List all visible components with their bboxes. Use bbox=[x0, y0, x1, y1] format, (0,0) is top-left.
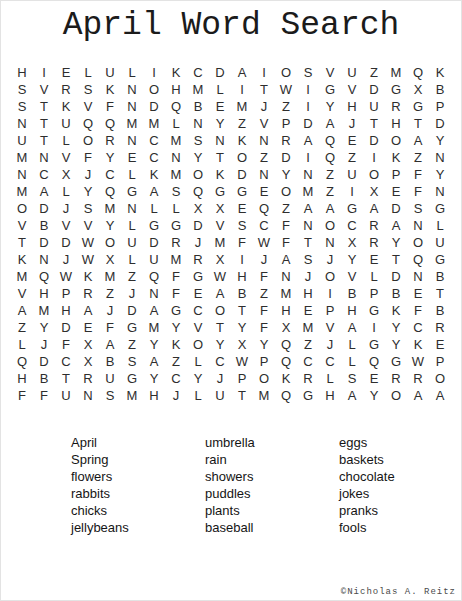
grid-cell: D bbox=[55, 319, 77, 336]
grid-cell: D bbox=[33, 200, 55, 217]
grid-cell: I bbox=[341, 183, 363, 200]
grid-cell: M bbox=[297, 319, 319, 336]
word-list-item: puddles bbox=[205, 485, 255, 502]
grid-cell: N bbox=[429, 183, 451, 200]
grid-cell: G bbox=[209, 183, 231, 200]
grid-cell: D bbox=[33, 234, 55, 251]
grid-cell: A bbox=[231, 64, 253, 81]
grid-cell: N bbox=[77, 387, 99, 404]
grid-cell: U bbox=[143, 251, 165, 268]
grid-cell: N bbox=[121, 81, 143, 98]
grid-cell: G bbox=[121, 370, 143, 387]
grid-cell: U bbox=[121, 234, 143, 251]
grid-cell: G bbox=[231, 183, 253, 200]
grid-cell: N bbox=[143, 285, 165, 302]
grid-cell: C bbox=[253, 217, 275, 234]
grid-cell: Z bbox=[121, 336, 143, 353]
grid-cell: V bbox=[11, 285, 33, 302]
grid-cell: V bbox=[319, 64, 341, 81]
word-list-item: chocolate bbox=[339, 468, 395, 485]
grid-cell: O bbox=[429, 370, 451, 387]
grid-cell: Q bbox=[11, 353, 33, 370]
grid-cell: A bbox=[143, 353, 165, 370]
grid-cell: D bbox=[121, 302, 143, 319]
grid-cell: H bbox=[55, 302, 77, 319]
grid-cell: W bbox=[209, 268, 231, 285]
grid-cell: M bbox=[253, 387, 275, 404]
grid-cell: I bbox=[297, 149, 319, 166]
grid-cell: N bbox=[407, 268, 429, 285]
grid-cell: H bbox=[275, 302, 297, 319]
grid-cell: H bbox=[385, 115, 407, 132]
grid-cell: W bbox=[231, 353, 253, 370]
grid-cell: B bbox=[385, 285, 407, 302]
grid-cell: R bbox=[187, 251, 209, 268]
grid-cell: Y bbox=[429, 166, 451, 183]
grid-cell: X bbox=[77, 353, 99, 370]
grid-cell: D bbox=[55, 234, 77, 251]
grid-cell: I bbox=[297, 81, 319, 98]
grid-cell: M bbox=[99, 268, 121, 285]
grid-cell: R bbox=[363, 217, 385, 234]
grid-cell: Y bbox=[363, 387, 385, 404]
grid-cell: R bbox=[77, 370, 99, 387]
grid-cell: G bbox=[429, 251, 451, 268]
word-list-item: chicks bbox=[71, 502, 129, 519]
grid-cell: Q bbox=[275, 336, 297, 353]
grid-cell: P bbox=[429, 98, 451, 115]
grid-cell: Y bbox=[143, 336, 165, 353]
grid-cell: T bbox=[231, 302, 253, 319]
grid-cell: V bbox=[11, 217, 33, 234]
grid-cell: L bbox=[121, 217, 143, 234]
grid-cell: N bbox=[11, 166, 33, 183]
grid-cell: I bbox=[143, 64, 165, 81]
grid-cell: A bbox=[297, 200, 319, 217]
grid-cell: L bbox=[363, 268, 385, 285]
grid-cell: A bbox=[385, 217, 407, 234]
grid-cell: M bbox=[99, 200, 121, 217]
grid-cell: W bbox=[55, 268, 77, 285]
grid-cell: G bbox=[429, 200, 451, 217]
grid-cell: A bbox=[407, 132, 429, 149]
grid-cell: L bbox=[209, 81, 231, 98]
grid-cell: K bbox=[385, 149, 407, 166]
grid-cell: N bbox=[121, 200, 143, 217]
word-list-item: showers bbox=[205, 468, 255, 485]
grid-cell: Z bbox=[297, 336, 319, 353]
grid-cell: G bbox=[407, 98, 429, 115]
grid-cell: S bbox=[231, 217, 253, 234]
grid-cell: B bbox=[429, 268, 451, 285]
grid-cell: Z bbox=[11, 319, 33, 336]
grid-cell: K bbox=[407, 336, 429, 353]
grid-cell: R bbox=[429, 319, 451, 336]
grid-cell: S bbox=[99, 387, 121, 404]
grid-cell: M bbox=[165, 251, 187, 268]
grid-cell: A bbox=[275, 251, 297, 268]
grid-cell: Y bbox=[275, 166, 297, 183]
grid-cell: P bbox=[363, 285, 385, 302]
grid-cell: Q bbox=[143, 268, 165, 285]
grid-cell: M bbox=[11, 183, 33, 200]
grid-cell: J bbox=[55, 251, 77, 268]
grid-cell: X bbox=[55, 166, 77, 183]
grid-cell: J bbox=[187, 234, 209, 251]
grid-cell: R bbox=[99, 132, 121, 149]
grid-cell: N bbox=[33, 149, 55, 166]
grid-cell: O bbox=[77, 132, 99, 149]
grid-cell: D bbox=[187, 217, 209, 234]
grid-cell: Y bbox=[143, 370, 165, 387]
grid-cell: L bbox=[55, 183, 77, 200]
grid-cell: Y bbox=[99, 149, 121, 166]
grid-cell: S bbox=[165, 183, 187, 200]
grid-cell: N bbox=[253, 166, 275, 183]
grid-cell: O bbox=[99, 234, 121, 251]
grid-cell: I bbox=[253, 64, 275, 81]
grid-cell: Q bbox=[33, 268, 55, 285]
grid-cell: Z bbox=[275, 98, 297, 115]
grid-cell: Y bbox=[385, 319, 407, 336]
grid-cell: M bbox=[275, 285, 297, 302]
grid-cell: G bbox=[385, 353, 407, 370]
grid-cell: Z bbox=[407, 149, 429, 166]
word-list-item: baskets bbox=[339, 451, 395, 468]
grid-cell: C bbox=[143, 149, 165, 166]
grid-cell: Y bbox=[341, 251, 363, 268]
grid-cell: K bbox=[385, 302, 407, 319]
grid-cell: T bbox=[209, 149, 231, 166]
grid-cell: S bbox=[407, 200, 429, 217]
grid-cell: V bbox=[55, 217, 77, 234]
grid-cell: M bbox=[209, 234, 231, 251]
grid-cell: H bbox=[11, 370, 33, 387]
grid-cell: O bbox=[11, 200, 33, 217]
grid-cell: J bbox=[297, 268, 319, 285]
grid-cell: R bbox=[297, 370, 319, 387]
grid-cell: Q bbox=[319, 149, 341, 166]
grid-cell: I bbox=[297, 98, 319, 115]
grid-cell: O bbox=[231, 149, 253, 166]
grid-cell: V bbox=[341, 81, 363, 98]
grid-cell: T bbox=[33, 115, 55, 132]
word-list-item: eggs bbox=[339, 434, 395, 451]
grid-cell: G bbox=[341, 200, 363, 217]
grid-cell: F bbox=[407, 183, 429, 200]
grid-cell: S bbox=[297, 251, 319, 268]
grid-cell: K bbox=[143, 166, 165, 183]
grid-cell: P bbox=[319, 302, 341, 319]
grid-cell: K bbox=[429, 64, 451, 81]
grid-cell: R bbox=[363, 234, 385, 251]
grid-cell: S bbox=[341, 370, 363, 387]
grid-cell: J bbox=[253, 98, 275, 115]
grid-cell: A bbox=[407, 387, 429, 404]
grid-cell: C bbox=[187, 64, 209, 81]
grid-cell: D bbox=[429, 115, 451, 132]
grid-cell: F bbox=[55, 336, 77, 353]
grid-cell: G bbox=[121, 183, 143, 200]
grid-cell: F bbox=[407, 302, 429, 319]
grid-cell: M bbox=[165, 132, 187, 149]
grid-cell: O bbox=[275, 64, 297, 81]
grid-cell: B bbox=[99, 353, 121, 370]
grid-cell: Y bbox=[165, 319, 187, 336]
grid-cell: J bbox=[319, 251, 341, 268]
grid-cell: F bbox=[253, 302, 275, 319]
grid-cell: G bbox=[319, 81, 341, 98]
grid-cell: N bbox=[429, 149, 451, 166]
grid-cell: O bbox=[363, 166, 385, 183]
grid-cell: M bbox=[11, 268, 33, 285]
grid-cell: D bbox=[385, 200, 407, 217]
word-list-item: Spring bbox=[71, 451, 129, 468]
grid-cell: U bbox=[99, 370, 121, 387]
grid-cell: L bbox=[341, 336, 363, 353]
grid-cell: A bbox=[319, 115, 341, 132]
grid-cell: E bbox=[231, 200, 253, 217]
grid-cell: N bbox=[121, 98, 143, 115]
grid-cell: G bbox=[143, 217, 165, 234]
page-title: April Word Search bbox=[1, 7, 461, 44]
grid-cell: Z bbox=[275, 200, 297, 217]
grid-cell: L bbox=[143, 200, 165, 217]
grid-cell: E bbox=[121, 149, 143, 166]
grid-cell: H bbox=[341, 302, 363, 319]
grid-cell: U bbox=[55, 387, 77, 404]
grid-cell: C bbox=[297, 353, 319, 370]
grid-cell: N bbox=[297, 166, 319, 183]
grid-cell: A bbox=[341, 387, 363, 404]
grid-cell: V bbox=[33, 81, 55, 98]
grid-cell: P bbox=[429, 353, 451, 370]
grid-cell: Q bbox=[275, 353, 297, 370]
grid-cell: L bbox=[55, 132, 77, 149]
grid-cell: E bbox=[385, 183, 407, 200]
grid-cell: U bbox=[99, 64, 121, 81]
grid-cell: L bbox=[121, 166, 143, 183]
grid-cell: H bbox=[143, 387, 165, 404]
grid-cell: U bbox=[341, 64, 363, 81]
grid-cell: V bbox=[187, 319, 209, 336]
grid-cell: F bbox=[275, 234, 297, 251]
grid-cell: R bbox=[385, 370, 407, 387]
grid-cell: H bbox=[297, 285, 319, 302]
grid-cell: O bbox=[385, 132, 407, 149]
grid-cell: F bbox=[275, 217, 297, 234]
grid-cell: K bbox=[231, 132, 253, 149]
grid-cell: T bbox=[407, 115, 429, 132]
grid-cell: N bbox=[209, 132, 231, 149]
grid-cell: E bbox=[55, 64, 77, 81]
grid-cell: Z bbox=[121, 268, 143, 285]
grid-cell: A bbox=[319, 200, 341, 217]
copyright-credit: ©Nicholas A. Reitz bbox=[341, 587, 456, 597]
word-list-item: jokes bbox=[339, 485, 395, 502]
word-list-column: umbrellarainshowerspuddlesplantsbaseball bbox=[205, 434, 255, 536]
grid-cell: O bbox=[319, 217, 341, 234]
word-list-item: fools bbox=[339, 519, 395, 536]
grid-cell: Q bbox=[99, 183, 121, 200]
grid-cell: M bbox=[143, 115, 165, 132]
grid-cell: U bbox=[363, 98, 385, 115]
grid-cell: W bbox=[253, 234, 275, 251]
grid-cell: Q bbox=[77, 115, 99, 132]
grid-cell: F bbox=[99, 319, 121, 336]
grid-cell: S bbox=[187, 132, 209, 149]
grid-cell: L bbox=[341, 353, 363, 370]
word-list-item: pranks bbox=[339, 502, 395, 519]
grid-cell: X bbox=[341, 234, 363, 251]
word-list-item: April bbox=[71, 434, 129, 451]
grid-cell: I bbox=[231, 81, 253, 98]
grid-cell: A bbox=[209, 285, 231, 302]
grid-cell: L bbox=[187, 387, 209, 404]
grid-cell: I bbox=[33, 64, 55, 81]
grid-cell: M bbox=[33, 302, 55, 319]
grid-cell: L bbox=[121, 251, 143, 268]
grid-cell: I bbox=[319, 285, 341, 302]
grid-cell: M bbox=[231, 98, 253, 115]
grid-cell: V bbox=[341, 268, 363, 285]
grid-cell: Y bbox=[429, 132, 451, 149]
grid-cell: G bbox=[165, 302, 187, 319]
grid-cell: G bbox=[363, 302, 385, 319]
grid-cell: A bbox=[33, 183, 55, 200]
grid-cell: K bbox=[209, 166, 231, 183]
grid-cell: C bbox=[319, 353, 341, 370]
grid-cell: X bbox=[209, 200, 231, 217]
grid-cell: S bbox=[11, 98, 33, 115]
grid-cell: M bbox=[11, 149, 33, 166]
grid-cell: S bbox=[77, 81, 99, 98]
grid-cell: J bbox=[121, 285, 143, 302]
grid-cell: B bbox=[33, 370, 55, 387]
grid-cell: F bbox=[11, 387, 33, 404]
grid-cell: X bbox=[99, 251, 121, 268]
grid-cell: D bbox=[275, 149, 297, 166]
grid-cell: P bbox=[231, 370, 253, 387]
grid-cell: X bbox=[209, 251, 231, 268]
grid-cell: R bbox=[77, 285, 99, 302]
grid-cell: P bbox=[253, 353, 275, 370]
grid-cell: C bbox=[187, 302, 209, 319]
grid-cell: P bbox=[55, 285, 77, 302]
grid-cell: L bbox=[121, 64, 143, 81]
grid-cell: Y bbox=[209, 115, 231, 132]
grid-cell: E bbox=[209, 98, 231, 115]
grid-cell: A bbox=[363, 200, 385, 217]
grid-cell: A bbox=[99, 336, 121, 353]
grid-cell: S bbox=[297, 64, 319, 81]
grid-cell: D bbox=[33, 353, 55, 370]
grid-cell: L bbox=[429, 217, 451, 234]
grid-cell: V bbox=[209, 217, 231, 234]
grid-cell: H bbox=[319, 387, 341, 404]
grid-cell: M bbox=[121, 387, 143, 404]
grid-cell: Y bbox=[33, 319, 55, 336]
grid-cell: Q bbox=[407, 64, 429, 81]
grid-cell: X bbox=[187, 200, 209, 217]
grid-cell: W bbox=[77, 251, 99, 268]
grid-cell: F bbox=[231, 234, 253, 251]
grid-cell: S bbox=[11, 81, 33, 98]
grid-cell: H bbox=[33, 285, 55, 302]
grid-cell: O bbox=[407, 234, 429, 251]
grid-cell: F bbox=[99, 98, 121, 115]
grid-cell: I bbox=[363, 319, 385, 336]
grid-cell: K bbox=[99, 81, 121, 98]
grid-cell: Y bbox=[77, 183, 99, 200]
grid-cell: U bbox=[341, 166, 363, 183]
grid-cell: P bbox=[275, 115, 297, 132]
grid-cell: Z bbox=[341, 149, 363, 166]
grid-cell: M bbox=[121, 115, 143, 132]
grid-cell: U bbox=[429, 234, 451, 251]
grid-cell: M bbox=[165, 166, 187, 183]
grid-cell: T bbox=[231, 387, 253, 404]
grid-cell: J bbox=[209, 370, 231, 387]
grid-cell: R bbox=[407, 370, 429, 387]
grid-cell: R bbox=[275, 132, 297, 149]
grid-cell: C bbox=[99, 166, 121, 183]
grid-cell: Y bbox=[209, 336, 231, 353]
grid-cell: K bbox=[165, 64, 187, 81]
grid-cell: Q bbox=[407, 251, 429, 268]
grid-cell: O bbox=[385, 387, 407, 404]
grid-cell: E bbox=[363, 370, 385, 387]
grid-cell: J bbox=[319, 336, 341, 353]
grid-cell: D bbox=[209, 64, 231, 81]
grid-cell: Z bbox=[253, 149, 275, 166]
word-list-item: umbrella bbox=[205, 434, 255, 451]
grid-cell: F bbox=[77, 149, 99, 166]
grid-cell: J bbox=[253, 251, 275, 268]
grid-cell: T bbox=[11, 234, 33, 251]
grid-cell: Z bbox=[319, 166, 341, 183]
grid-cell: V bbox=[55, 149, 77, 166]
grid-cell: L bbox=[187, 353, 209, 370]
grid-cell: K bbox=[77, 268, 99, 285]
grid-cell: I bbox=[363, 149, 385, 166]
grid-cell: N bbox=[121, 132, 143, 149]
word-list-column: AprilSpringflowersrabbitschicksjellybean… bbox=[71, 434, 129, 536]
grid-cell: W bbox=[77, 234, 99, 251]
grid-cell: Q bbox=[363, 353, 385, 370]
grid-cell: C bbox=[33, 166, 55, 183]
grid-cell: D bbox=[143, 234, 165, 251]
grid-cell: F bbox=[165, 285, 187, 302]
grid-cell: B bbox=[187, 98, 209, 115]
grid-cell: C bbox=[165, 370, 187, 387]
grid-cell: E bbox=[187, 285, 209, 302]
grid-cell: M bbox=[297, 183, 319, 200]
grid-cell: U bbox=[11, 132, 33, 149]
grid-cell: J bbox=[165, 387, 187, 404]
grid-cell: G bbox=[385, 81, 407, 98]
grid-cell: N bbox=[187, 115, 209, 132]
word-list-column: eggsbasketschocolatejokespranksfools bbox=[339, 434, 395, 536]
grid-cell: K bbox=[11, 251, 33, 268]
grid-cell: H bbox=[341, 98, 363, 115]
grid-cell: Q bbox=[253, 200, 275, 217]
grid-cell: E bbox=[363, 251, 385, 268]
grid-cell: E bbox=[297, 302, 319, 319]
grid-cell: H bbox=[165, 81, 187, 98]
grid-cell: C bbox=[341, 217, 363, 234]
grid-cell: A bbox=[143, 302, 165, 319]
